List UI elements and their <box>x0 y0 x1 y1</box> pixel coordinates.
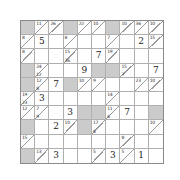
clue-cell-r1c0: 8 <box>21 35 35 49</box>
entry-digit: 7 <box>53 80 59 89</box>
entry-cell-r6c7[interactable]: 7 <box>120 106 134 120</box>
clue-number: 7 <box>36 106 39 111</box>
entry-digit: 9 <box>82 66 88 75</box>
clue-number: 10 <box>150 78 155 83</box>
entry-digit: 5 <box>39 37 45 46</box>
entry-cell-r8c4[interactable] <box>78 135 92 149</box>
entry-cell-r7c2[interactable]: 2 <box>49 120 63 134</box>
entry-cell-r5c3[interactable] <box>64 92 78 106</box>
entry-digit: 7 <box>96 51 102 60</box>
entry-cell-r3c9[interactable]: 7 <box>149 64 163 78</box>
entry-cell-r8c1[interactable] <box>35 135 49 149</box>
clue-number: 12 <box>36 78 41 83</box>
clue-cell-r4c5: 9 <box>92 78 106 92</box>
entry-digit: 7 <box>153 66 159 75</box>
clue-number: 24 <box>36 64 41 69</box>
clue-number: 10 <box>93 21 98 26</box>
clue-cell-r7c3: 10 <box>64 120 78 134</box>
clue-number: 23 <box>22 100 27 105</box>
blocked-cell-r7c0 <box>21 120 35 134</box>
entry-cell-r1c2[interactable] <box>49 35 63 49</box>
kakuro-board: 1126221010361085872158153671924129157712… <box>20 20 164 164</box>
entry-cell-r6c2[interactable] <box>49 106 63 120</box>
entry-cell-r2c8[interactable] <box>135 49 149 63</box>
entry-cell-r6c3[interactable]: 3 <box>64 106 78 120</box>
entry-digit: 3 <box>110 151 116 160</box>
entry-cell-r5c8[interactable] <box>135 92 149 106</box>
blocked-cell-r3c6 <box>106 64 120 78</box>
clue-cell-r0c9: 10 <box>149 21 163 35</box>
blocked-cell-r3c0 <box>21 64 35 78</box>
clue-number: 9 <box>36 114 39 119</box>
entry-cell-r8c9[interactable] <box>149 135 163 149</box>
clue-cell-r8c7: 8 <box>120 135 134 149</box>
clue-number: 11 <box>107 106 112 111</box>
clue-number: 6 <box>107 114 110 119</box>
clue-number: 10 <box>121 21 126 26</box>
clue-number: 8 <box>121 135 124 140</box>
clue-number: 26 <box>50 21 55 26</box>
entry-cell-r8c6[interactable] <box>106 135 120 149</box>
clue-number: 22 <box>79 21 84 26</box>
clue-number: 7 <box>121 72 124 77</box>
clue-number: 8 <box>22 49 25 54</box>
clue-cell-r6c1: 79 <box>35 106 49 120</box>
clue-cell-r6c0: 12 <box>21 106 35 120</box>
entry-cell-r2c7[interactable] <box>120 49 134 63</box>
clue-cell-r4c8: 23 <box>135 78 149 92</box>
clue-number: 19 <box>22 92 27 97</box>
entry-cell-r7c8[interactable] <box>135 120 149 134</box>
blocked-cell-r0c6 <box>106 21 120 35</box>
entry-digit: 2 <box>138 37 144 46</box>
clue-number: 19 <box>107 49 112 54</box>
clue-cell-r4c1: 128 <box>35 78 49 92</box>
entry-cell-r8c3[interactable] <box>64 135 78 149</box>
entry-cell-r4c7[interactable] <box>120 78 134 92</box>
clue-number: 10 <box>150 21 155 26</box>
clue-number: 8 <box>65 35 68 40</box>
clue-cell-r9c1: 13 <box>35 149 49 163</box>
clue-cell-r8c0: 15 <box>21 135 35 149</box>
entry-cell-r5c1[interactable]: 3 <box>35 92 49 106</box>
entry-cell-r3c4[interactable]: 9 <box>78 64 92 78</box>
entry-cell-r5c2[interactable] <box>49 92 63 106</box>
clue-number: 15 <box>22 135 27 140</box>
clue-cell-r0c2: 26 <box>49 21 63 35</box>
blocked-cell-r9c0 <box>21 149 35 163</box>
clue-cell-r2c3: 1536 <box>64 49 78 63</box>
entry-cell-r9c2[interactable]: 3 <box>49 149 63 163</box>
blocked-cell-r0c3 <box>64 21 78 35</box>
entry-cell-r1c4[interactable] <box>78 35 92 49</box>
entry-cell-r5c7[interactable] <box>120 92 134 106</box>
entry-cell-r4c6[interactable] <box>106 78 120 92</box>
entry-cell-r7c6[interactable] <box>106 120 120 134</box>
clue-number: 11 <box>36 21 41 26</box>
clue-cell-r1c6: 7 <box>106 35 120 49</box>
clue-number: 8 <box>22 35 25 40</box>
clue-cell-r0c8: 36 <box>135 21 149 35</box>
clue-cell-r0c5: 10 <box>92 21 106 35</box>
clue-cell-r2c6: 19 <box>106 49 120 63</box>
entry-cell-r2c5[interactable]: 7 <box>92 49 106 63</box>
clue-number: 7 <box>107 35 110 40</box>
clue-number: 15 <box>121 64 126 69</box>
entry-cell-r5c5[interactable] <box>92 92 106 106</box>
blocked-cell-r6c4 <box>78 106 92 120</box>
clue-number: 36 <box>65 58 70 63</box>
clue-number: 9 <box>93 78 96 83</box>
entry-cell-r5c9[interactable] <box>149 92 163 106</box>
clue-cell-r9c5: 5 <box>92 149 106 163</box>
clue-cell-r4c9: 10 <box>149 78 163 92</box>
clue-cell-r9c7: 5 <box>120 149 134 163</box>
blocked-cell-r7c4 <box>78 120 92 134</box>
clue-cell-r7c9: 10 <box>149 120 163 134</box>
blocked-cell-r3c5 <box>92 64 106 78</box>
clue-cell-r4c4: 10 <box>78 78 92 92</box>
clue-number: 12 <box>22 106 27 111</box>
entry-cell-r4c2[interactable]: 7 <box>49 78 63 92</box>
entry-cell-r8c2[interactable] <box>49 135 63 149</box>
clue-number: 10 <box>79 78 84 83</box>
clue-cell-r7c5: 176 <box>92 120 106 134</box>
entry-cell-r5c4[interactable] <box>78 92 92 106</box>
entry-cell-r9c3[interactable] <box>64 149 78 163</box>
entry-digit: 7 <box>124 108 130 117</box>
blocked-cell-r4c0 <box>21 78 35 92</box>
clue-number: 13 <box>36 149 41 154</box>
clue-cell-r1c9: 15 <box>149 35 163 49</box>
clue-cell-r3c1: 2412 <box>35 64 49 78</box>
entry-cell-r8c8[interactable] <box>135 135 149 149</box>
entry-cell-r3c2[interactable] <box>49 64 63 78</box>
blocked-cell-r4c3 <box>64 78 78 92</box>
entry-cell-r1c1[interactable]: 5 <box>35 35 49 49</box>
clue-number: 36 <box>136 21 141 26</box>
clue-cell-r5c6: 14 <box>106 92 120 106</box>
clue-cell-r5c0: 1923 <box>21 92 35 106</box>
entry-cell-r6c8[interactable] <box>135 106 149 120</box>
blocked-cell-r6c9 <box>149 106 163 120</box>
clue-number: 17 <box>93 120 98 125</box>
entry-cell-r7c7[interactable] <box>120 120 134 134</box>
clue-number: 10 <box>65 120 70 125</box>
entry-cell-r3c3[interactable] <box>64 64 78 78</box>
clue-number: 15 <box>150 35 155 40</box>
entry-cell-r9c4[interactable] <box>78 149 92 163</box>
entry-cell-r2c2[interactable] <box>49 49 63 63</box>
entry-cell-r1c5[interactable] <box>92 35 106 49</box>
entry-digit: 3 <box>39 94 45 103</box>
blocked-cell-r6c5 <box>92 106 106 120</box>
entry-cell-r2c1[interactable] <box>35 49 49 63</box>
entry-cell-r9c6[interactable]: 3 <box>106 149 120 163</box>
entry-digit: 1 <box>138 151 144 160</box>
clue-cell-r0c4: 22 <box>78 21 92 35</box>
clue-number: 5 <box>121 149 124 154</box>
entry-cell-r1c7[interactable] <box>120 35 134 49</box>
clue-cell-r3c7: 157 <box>120 64 134 78</box>
clue-number: 12 <box>36 72 41 77</box>
clue-number: 23 <box>136 78 141 83</box>
blocked-cell-r0c0 <box>21 21 35 35</box>
entry-digit: 3 <box>53 151 59 160</box>
entry-cell-r3c8[interactable] <box>135 64 149 78</box>
clue-number: 5 <box>93 149 96 154</box>
entry-cell-r8c5[interactable] <box>92 135 106 149</box>
entry-cell-r9c8[interactable]: 1 <box>135 149 149 163</box>
clue-cell-r0c7: 10 <box>120 21 134 35</box>
clue-cell-r0c1: 11 <box>35 21 49 35</box>
clue-cell-r1c3: 8 <box>64 35 78 49</box>
entry-cell-r1c8[interactable]: 2 <box>135 35 149 49</box>
entry-cell-r9c9[interactable] <box>149 149 163 163</box>
clue-cell-r6c6: 116 <box>106 106 120 120</box>
clue-number: 10 <box>150 120 155 125</box>
entry-digit: 2 <box>53 122 59 131</box>
entry-cell-r2c9[interactable] <box>149 49 163 63</box>
entry-cell-r2c4[interactable] <box>78 49 92 63</box>
entry-cell-r7c1[interactable] <box>35 120 49 134</box>
clue-number: 15 <box>65 49 70 54</box>
clue-cell-r2c0: 8 <box>21 49 35 63</box>
clue-number: 8 <box>36 86 39 91</box>
clue-number: 6 <box>93 129 96 134</box>
entry-digit: 3 <box>67 108 73 117</box>
clue-number: 14 <box>107 92 112 97</box>
